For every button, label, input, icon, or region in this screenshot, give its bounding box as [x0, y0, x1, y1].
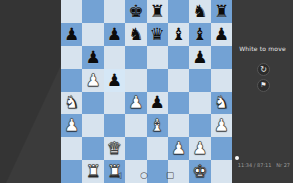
square-a4[interactable]: ♞ — [61, 92, 82, 115]
piece-black-bishop: ♝ — [192, 26, 207, 43]
piece-black-knight: ♞ — [128, 26, 143, 43]
piece-black-knight: ♞ — [192, 3, 207, 20]
square-c2[interactable]: ♛ — [104, 137, 125, 160]
app-screen: ♚♜♞♜♟♟♞♛♝♝♟♟♟♟♟♞♟♟♞♟♝♟♛♟♟♜♜♚ ◁ ○ ▢ White… — [0, 0, 293, 183]
square-b2[interactable] — [82, 137, 103, 160]
piece-white-pawn: ♟ — [192, 140, 207, 157]
square-b4[interactable] — [82, 92, 103, 115]
piece-white-bishop: ♝ — [150, 117, 165, 134]
piece-white-pawn: ♟ — [64, 117, 79, 134]
square-c4[interactable] — [104, 92, 125, 115]
square-e7[interactable]: ♛ — [147, 23, 168, 46]
square-b3[interactable] — [82, 114, 103, 137]
piece-black-pawn: ♟ — [192, 49, 207, 66]
square-h4[interactable]: ♞ — [211, 92, 232, 115]
square-g2[interactable]: ♟ — [189, 137, 210, 160]
square-g5[interactable] — [189, 69, 210, 92]
piece-black-pawn: ♟ — [85, 49, 100, 66]
chess-board: ♚♜♞♜♟♟♞♛♝♝♟♟♟♟♟♞♟♟♞♟♝♟♛♟♟♜♜♚ — [61, 0, 232, 183]
piece-black-rook: ♜ — [214, 3, 229, 20]
piece-black-pawn: ♟ — [64, 26, 79, 43]
piece-black-queen: ♛ — [150, 26, 165, 43]
square-d6[interactable] — [125, 46, 146, 69]
square-e3[interactable]: ♝ — [147, 114, 168, 137]
piece-white-knight: ♞ — [64, 94, 79, 111]
piece-white-pawn: ♟ — [214, 117, 229, 134]
square-e4[interactable]: ♟ — [147, 92, 168, 115]
side-panel: White to move ↻ ⚑ 11:34 / 87:11 Nr 27 — [232, 0, 293, 183]
piece-white-knight: ♞ — [214, 94, 229, 111]
square-h6[interactable] — [211, 46, 232, 69]
square-d2[interactable] — [125, 137, 146, 160]
recents-icon[interactable]: ▢ — [164, 169, 176, 181]
square-g6[interactable]: ♟ — [189, 46, 210, 69]
piece-black-bishop: ♝ — [171, 26, 186, 43]
square-f6[interactable] — [168, 46, 189, 69]
square-b6[interactable]: ♟ — [82, 46, 103, 69]
panel-handle-dot — [235, 156, 239, 160]
piece-black-rook: ♜ — [150, 3, 165, 20]
square-e8[interactable]: ♜ — [147, 0, 168, 23]
square-a7[interactable]: ♟ — [61, 23, 82, 46]
square-b5[interactable]: ♟ — [82, 69, 103, 92]
piece-black-pawn: ♟ — [107, 72, 122, 89]
square-d7[interactable]: ♞ — [125, 23, 146, 46]
square-f8[interactable] — [168, 0, 189, 23]
square-a6[interactable] — [61, 46, 82, 69]
square-d8[interactable]: ♚ — [125, 0, 146, 23]
flag-icon: ⚑ — [260, 82, 266, 89]
square-a2[interactable] — [61, 137, 82, 160]
square-c5[interactable]: ♟ — [104, 69, 125, 92]
piece-white-pawn: ♟ — [171, 140, 186, 157]
square-c3[interactable] — [104, 114, 125, 137]
square-g8[interactable]: ♞ — [189, 0, 210, 23]
back-icon[interactable]: ◁ — [112, 169, 124, 181]
square-g4[interactable] — [189, 92, 210, 115]
square-g1[interactable]: ♚ — [189, 160, 210, 183]
piece-black-king: ♚ — [128, 3, 143, 20]
restart-icon: ↻ — [260, 66, 267, 74]
restart-button[interactable]: ↻ — [257, 63, 270, 76]
square-b8[interactable] — [82, 0, 103, 23]
piece-black-pawn: ♟ — [214, 26, 229, 43]
square-f7[interactable]: ♝ — [168, 23, 189, 46]
square-a5[interactable] — [61, 69, 82, 92]
square-f4[interactable] — [168, 92, 189, 115]
square-h5[interactable] — [211, 69, 232, 92]
piece-black-pawn: ♟ — [107, 26, 122, 43]
square-f3[interactable] — [168, 114, 189, 137]
square-d5[interactable] — [125, 69, 146, 92]
square-f5[interactable] — [168, 69, 189, 92]
square-c8[interactable] — [104, 0, 125, 23]
square-c6[interactable] — [104, 46, 125, 69]
square-h3[interactable]: ♟ — [211, 114, 232, 137]
piece-white-pawn: ♟ — [85, 72, 100, 89]
turn-status-label: White to move — [232, 45, 293, 52]
square-e6[interactable] — [147, 46, 168, 69]
square-b1[interactable]: ♜ — [82, 160, 103, 183]
stats-text: 11:34 / 87:11 Nr 27 — [238, 162, 290, 168]
flag-button[interactable]: ⚑ — [257, 79, 270, 92]
square-g7[interactable]: ♝ — [189, 23, 210, 46]
square-a8[interactable] — [61, 0, 82, 23]
square-d4[interactable]: ♟ — [125, 92, 146, 115]
square-e5[interactable] — [147, 69, 168, 92]
square-g3[interactable] — [189, 114, 210, 137]
piece-white-rook: ♜ — [85, 163, 100, 180]
square-d3[interactable] — [125, 114, 146, 137]
piece-white-pawn: ♟ — [128, 94, 143, 111]
square-b7[interactable] — [82, 23, 103, 46]
square-c7[interactable]: ♟ — [104, 23, 125, 46]
home-icon[interactable]: ○ — [138, 169, 150, 181]
piece-black-pawn: ♟ — [150, 94, 165, 111]
piece-white-queen: ♛ — [107, 140, 122, 157]
square-h8[interactable]: ♜ — [211, 0, 232, 23]
square-h2[interactable] — [211, 137, 232, 160]
piece-white-king: ♚ — [192, 163, 207, 180]
square-h7[interactable]: ♟ — [211, 23, 232, 46]
square-e2[interactable] — [147, 137, 168, 160]
square-h1[interactable] — [211, 160, 232, 183]
left-background — [0, 0, 61, 183]
square-f2[interactable]: ♟ — [168, 137, 189, 160]
square-a3[interactable]: ♟ — [61, 114, 82, 137]
square-a1[interactable] — [61, 160, 82, 183]
